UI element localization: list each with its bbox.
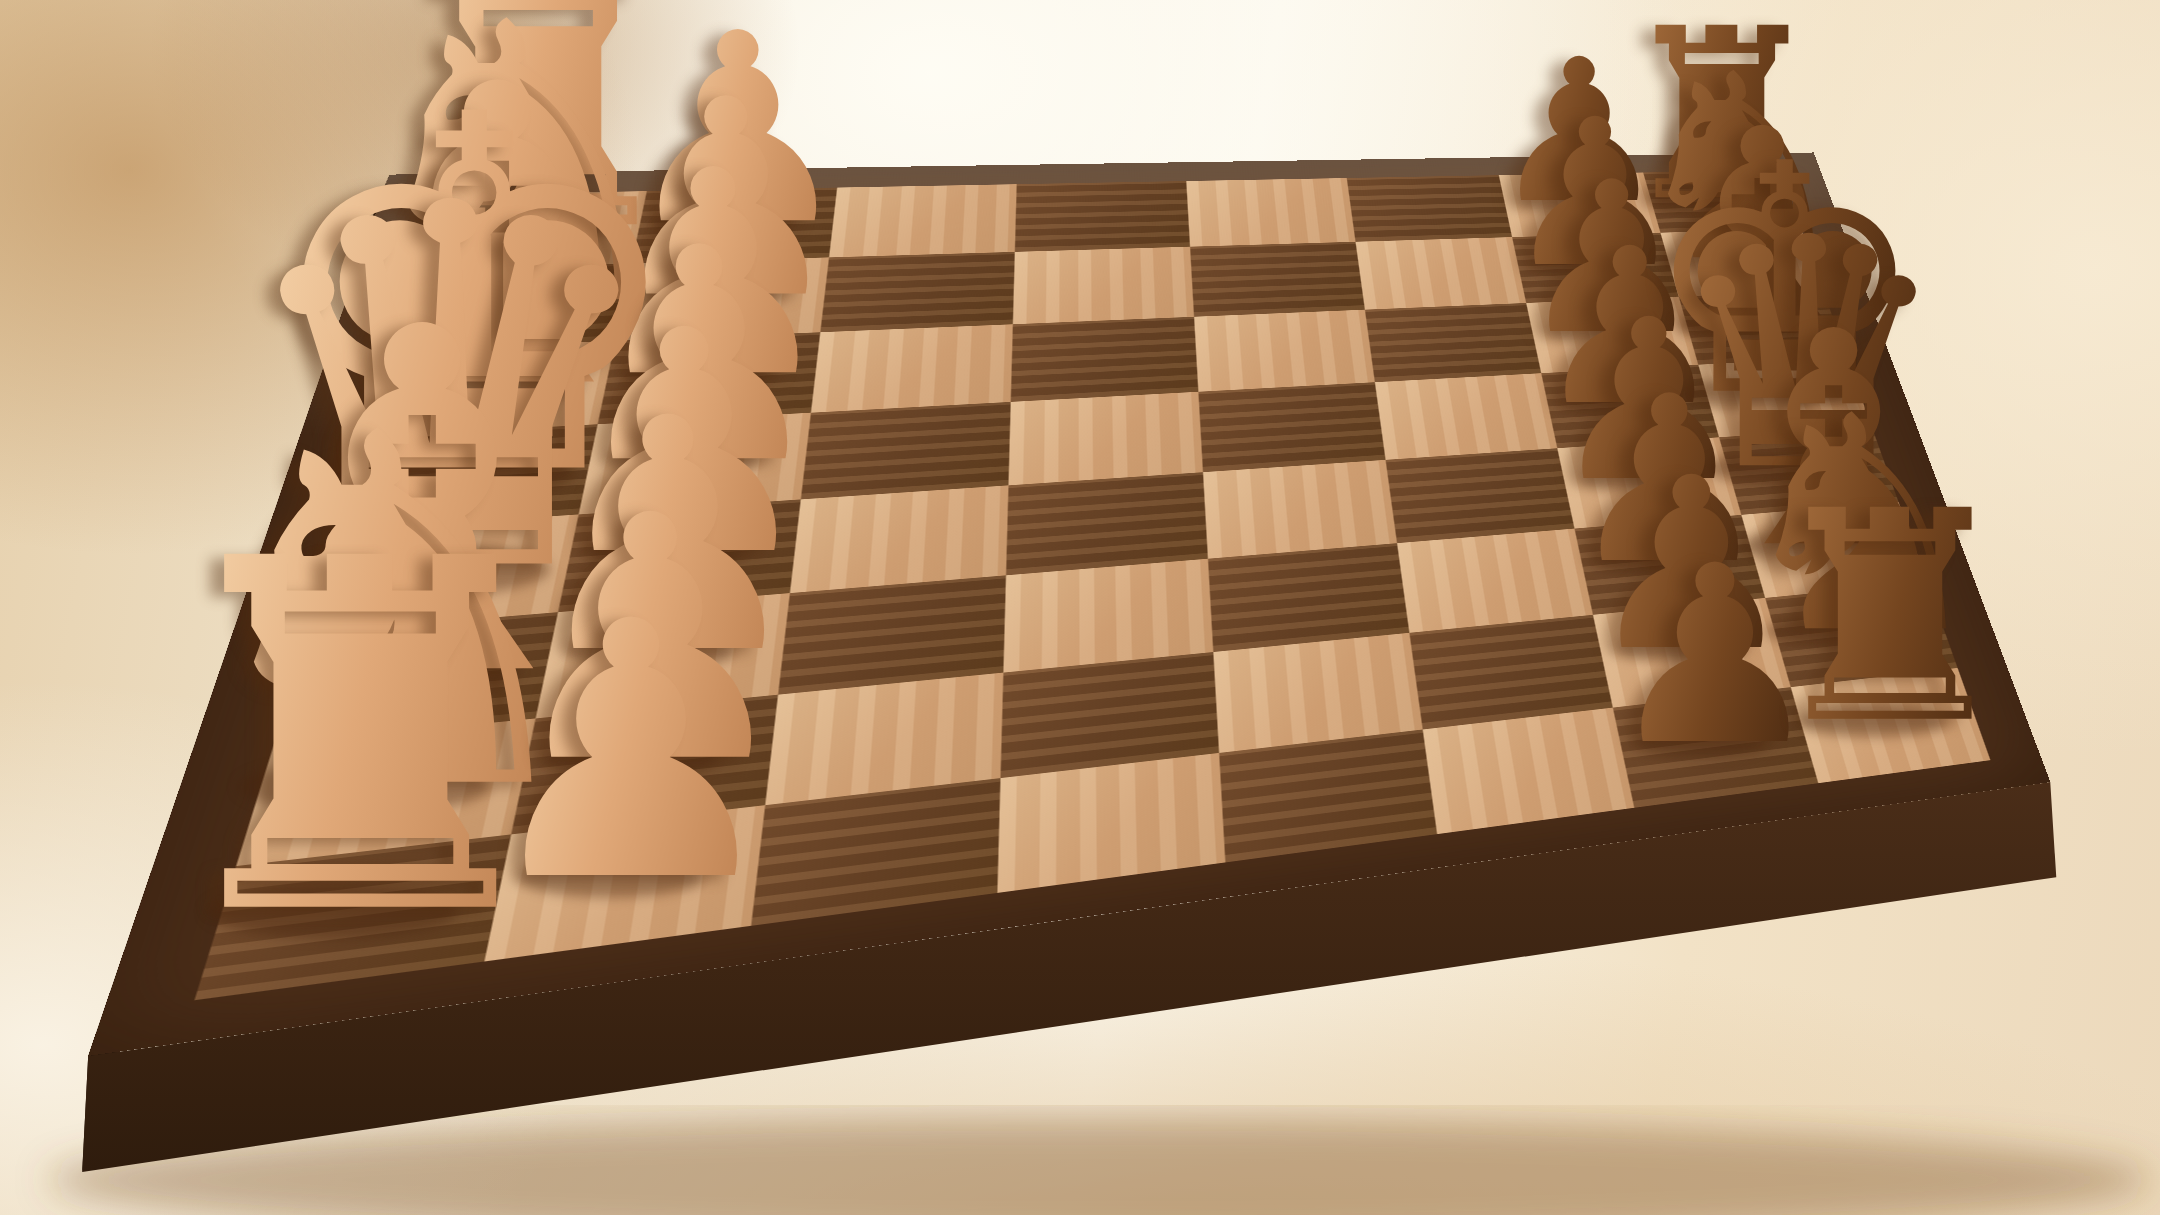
square-c6[interactable] <box>1397 529 1593 633</box>
chess-scene: ♜♞♝♛♚♝♞♜♟♟♟♟♟♟♟♟♟♟♟♟♟♟♟♟♜♞♝♛♚♝♞♜ <box>0 0 2160 1215</box>
square-h5[interactable] <box>1187 178 1356 247</box>
piece-white-pawn-a2[interactable]: ♟ <box>472 576 789 930</box>
square-d4[interactable] <box>1006 472 1208 575</box>
square-h6[interactable] <box>1347 175 1512 242</box>
square-d6[interactable] <box>1386 448 1575 543</box>
square-e6[interactable] <box>1375 373 1557 460</box>
piece-black-rook-a8[interactable]: ♜ <box>1760 474 2020 764</box>
square-h3[interactable] <box>829 184 1017 257</box>
square-f5[interactable] <box>1194 310 1375 392</box>
square-e5[interactable] <box>1199 382 1386 472</box>
square-c5[interactable] <box>1208 543 1409 652</box>
square-d5[interactable] <box>1203 460 1397 559</box>
square-f6[interactable] <box>1365 303 1541 382</box>
board-ground-shadow <box>48 1118 2150 1215</box>
square-g4[interactable] <box>1013 247 1194 325</box>
square-h4[interactable] <box>1015 181 1190 252</box>
square-g6[interactable] <box>1356 237 1527 310</box>
square-g5[interactable] <box>1190 242 1365 317</box>
square-f4[interactable] <box>1011 317 1199 402</box>
square-e4[interactable] <box>1009 392 1204 486</box>
